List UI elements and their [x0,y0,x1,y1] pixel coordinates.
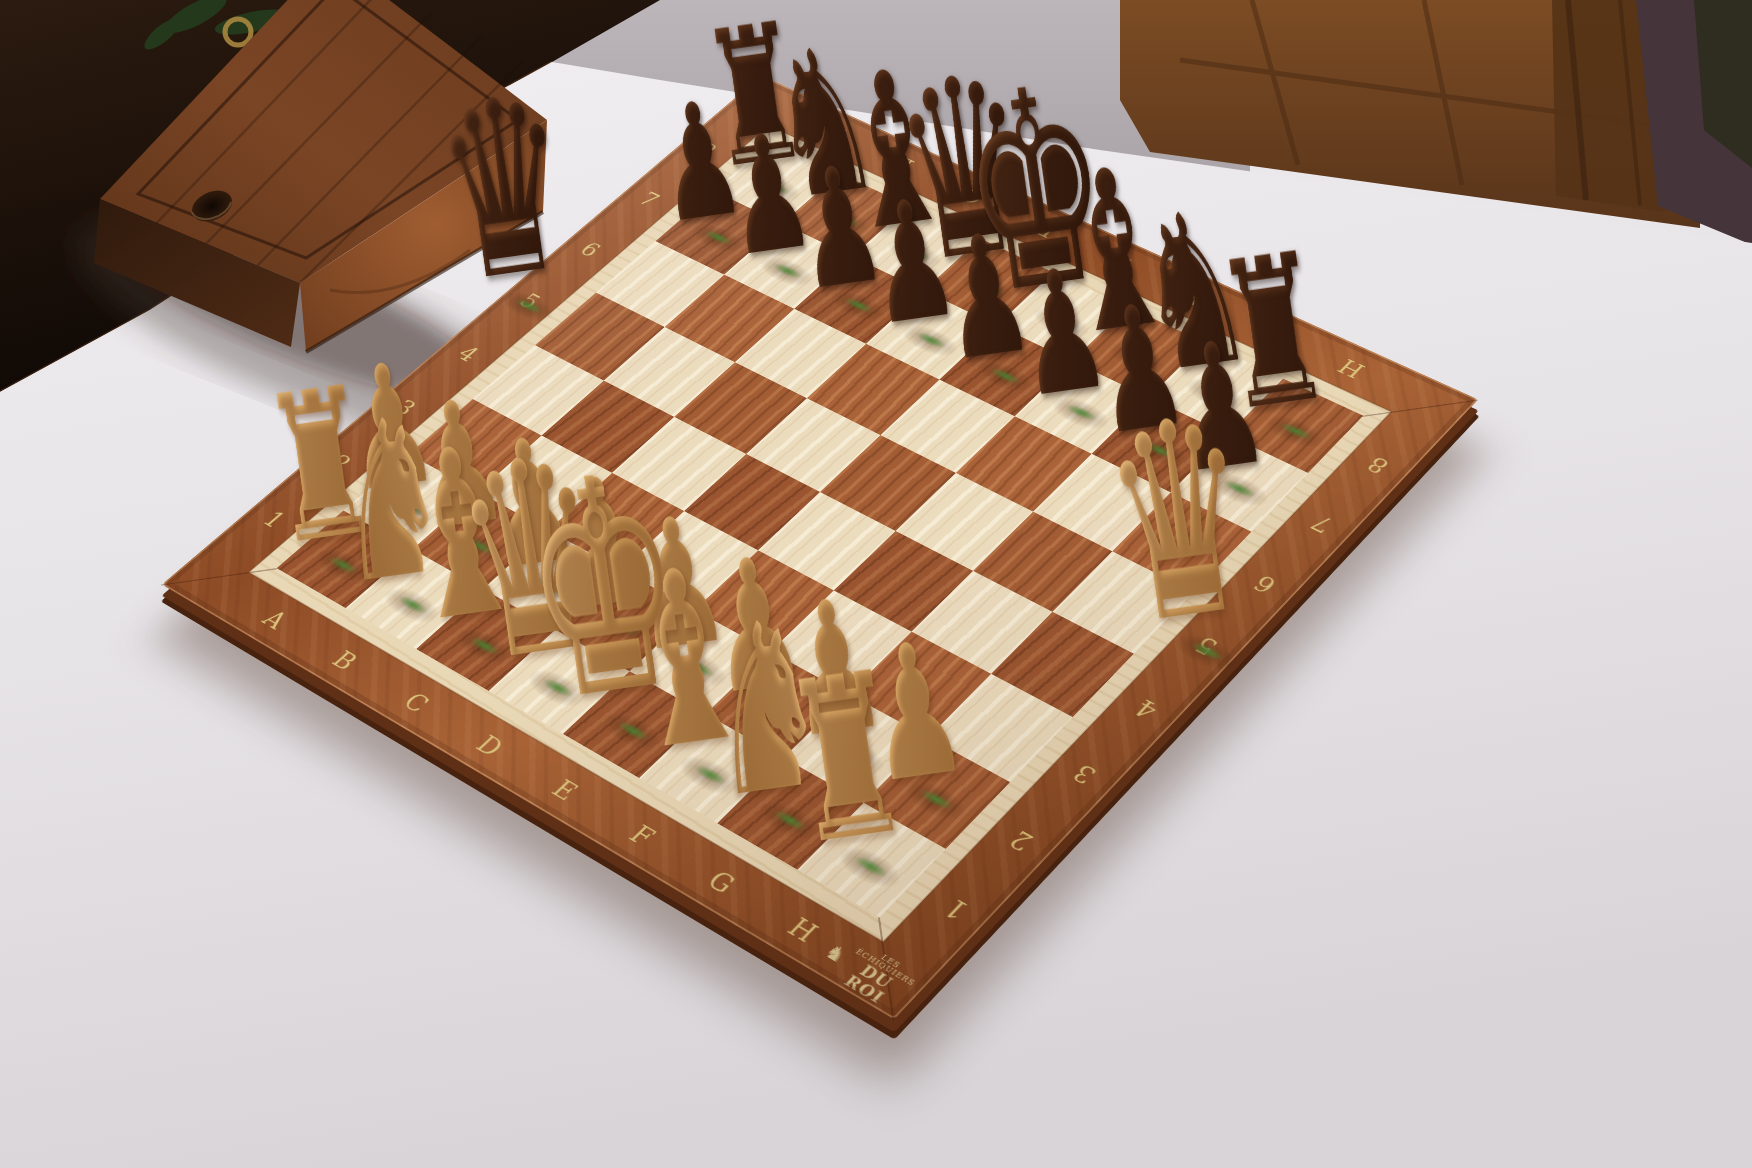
scene: AA88BB77CC66DD55EE44FF33GG22HH11 ♞ LES É… [0,0,1752,1168]
piece-glyph: ♜ [737,635,957,883]
piece-glyph: ♛ [1071,374,1290,667]
piece-glyph: ♛ [407,57,603,319]
